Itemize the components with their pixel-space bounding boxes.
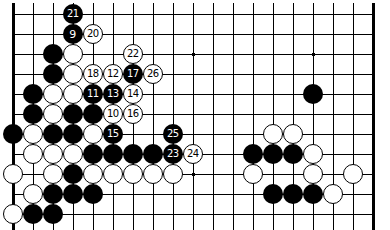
move-number: 20	[87, 29, 99, 39]
stone-white[interactable]	[63, 144, 83, 164]
grid-line	[173, 3, 174, 230]
stone-white[interactable]	[103, 164, 123, 184]
stone-white[interactable]	[123, 164, 143, 184]
go-board[interactable]: 219202218121726111314101615252324	[0, 0, 390, 230]
board-edge-line	[12, 3, 15, 230]
stone-white[interactable]	[163, 164, 183, 184]
go-diagram: 219202218121726111314101615252324	[0, 0, 390, 230]
stone-black[interactable]: 11	[83, 84, 103, 104]
stone-white[interactable]: 12	[103, 64, 123, 84]
stone-black[interactable]	[63, 104, 83, 124]
move-number: 18	[87, 69, 99, 79]
stone-white[interactable]	[63, 44, 83, 64]
stone-black[interactable]	[263, 144, 283, 164]
stone-black[interactable]: 9	[63, 24, 83, 44]
stone-white[interactable]	[43, 144, 63, 164]
stone-black[interactable]: 21	[63, 4, 83, 24]
move-number: 25	[167, 129, 179, 139]
stone-white[interactable]: 10	[103, 104, 123, 124]
grid-line	[213, 3, 214, 230]
grid-line	[12, 214, 376, 215]
stone-white[interactable]: 16	[123, 104, 143, 124]
move-number: 14	[127, 89, 139, 99]
stone-black[interactable]	[243, 144, 263, 164]
stone-black[interactable]	[23, 84, 43, 104]
stone-white[interactable]: 24	[183, 144, 203, 164]
stone-black[interactable]	[43, 44, 63, 64]
move-number: 16	[127, 109, 139, 119]
grid-line	[193, 3, 194, 230]
stone-white[interactable]	[3, 164, 23, 184]
stone-white[interactable]	[83, 164, 103, 184]
stone-white[interactable]	[83, 124, 103, 144]
move-number: 9	[69, 29, 76, 40]
stone-black[interactable]	[63, 184, 83, 204]
stone-black[interactable]	[3, 124, 23, 144]
stone-black[interactable]: 13	[103, 84, 123, 104]
stone-white[interactable]: 18	[83, 64, 103, 84]
stone-white[interactable]	[303, 164, 323, 184]
stone-white[interactable]	[243, 164, 263, 184]
stone-black[interactable]: 15	[103, 124, 123, 144]
stone-white[interactable]: 26	[143, 64, 163, 84]
move-number: 12	[107, 69, 119, 79]
stone-white[interactable]	[343, 164, 363, 184]
grid-line	[253, 3, 254, 230]
stone-black[interactable]	[303, 84, 323, 104]
board-edge-line	[372, 3, 375, 230]
move-number: 10	[107, 109, 119, 119]
stone-white[interactable]	[263, 124, 283, 144]
stone-black[interactable]	[23, 204, 43, 224]
stone-black[interactable]	[83, 144, 103, 164]
move-number: 15	[107, 129, 119, 139]
stone-black[interactable]	[103, 144, 123, 164]
stone-black[interactable]	[283, 184, 303, 204]
stone-black[interactable]	[263, 184, 283, 204]
stone-black[interactable]	[43, 124, 63, 144]
grid-line	[233, 3, 234, 230]
stone-white[interactable]	[43, 84, 63, 104]
stone-white[interactable]	[3, 204, 23, 224]
stone-white[interactable]	[323, 184, 343, 204]
stone-black[interactable]	[43, 64, 63, 84]
stone-black[interactable]	[63, 164, 83, 184]
stone-black[interactable]: 23	[163, 144, 183, 164]
move-number: 24	[187, 149, 199, 159]
stone-white[interactable]	[43, 104, 63, 124]
stone-black[interactable]	[23, 104, 43, 124]
hoshi-point	[192, 53, 195, 56]
stone-white[interactable]	[283, 124, 303, 144]
stone-black[interactable]	[63, 124, 83, 144]
stone-white[interactable]	[63, 64, 83, 84]
stone-white[interactable]	[23, 184, 43, 204]
stone-white[interactable]	[143, 164, 163, 184]
stone-black[interactable]	[303, 184, 323, 204]
stone-black[interactable]	[143, 144, 163, 164]
stone-black[interactable]	[83, 184, 103, 204]
move-number: 11	[87, 89, 99, 99]
stone-white[interactable]: 14	[123, 84, 143, 104]
stone-white[interactable]	[43, 164, 63, 184]
stone-black[interactable]	[43, 204, 63, 224]
move-number: 21	[67, 9, 79, 19]
stone-white[interactable]	[303, 144, 323, 164]
stone-white[interactable]: 22	[123, 44, 143, 64]
move-number: 17	[127, 69, 139, 79]
stone-white[interactable]	[63, 84, 83, 104]
grid-line	[353, 3, 354, 230]
move-number: 22	[127, 49, 139, 59]
stone-black[interactable]	[283, 144, 303, 164]
move-number: 26	[147, 69, 159, 79]
stone-black[interactable]: 25	[163, 124, 183, 144]
stone-black[interactable]: 17	[123, 64, 143, 84]
grid-line	[153, 3, 154, 230]
stone-white[interactable]	[23, 124, 43, 144]
move-number: 23	[167, 149, 179, 159]
stone-white[interactable]	[23, 144, 43, 164]
stone-black[interactable]	[123, 144, 143, 164]
hoshi-point	[312, 53, 315, 56]
stone-white[interactable]: 20	[83, 24, 103, 44]
move-number: 13	[107, 89, 119, 99]
hoshi-point	[192, 173, 195, 176]
stone-black[interactable]	[43, 184, 63, 204]
stone-black[interactable]	[83, 104, 103, 124]
